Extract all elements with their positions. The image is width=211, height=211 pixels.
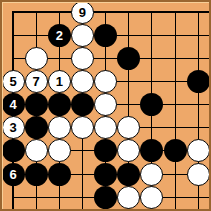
stone-black [71, 93, 94, 116]
stone-white [71, 70, 94, 93]
move-number-label: 4 [9, 98, 16, 111]
stone-white [94, 70, 117, 93]
stone-white-move-3: 3 [2, 116, 25, 139]
move-number-label: 6 [9, 167, 16, 180]
grid-line-vertical [175, 11, 176, 211]
stone-white [94, 93, 117, 116]
stone-white [48, 116, 71, 139]
stone-white-move-7: 7 [25, 70, 48, 93]
stone-black-move-4: 4 [2, 93, 25, 116]
stone-white [48, 139, 71, 162]
stone-black [94, 139, 117, 162]
move-number-label: 5 [9, 75, 16, 88]
stone-black [164, 139, 187, 162]
stone-black [48, 163, 71, 186]
stone-black [117, 47, 140, 70]
stone-black [48, 93, 71, 116]
stone-black-move-2: 2 [48, 24, 71, 47]
stone-white-move-9: 9 [71, 1, 94, 24]
stone-white [140, 163, 163, 186]
stone-black [94, 186, 117, 209]
go-board: 92571436 [0, 0, 211, 211]
stone-black-move-6: 6 [2, 163, 25, 186]
stone-white [71, 24, 94, 47]
stone-white [94, 116, 117, 139]
stone-black [25, 93, 48, 116]
stone-white [187, 163, 210, 186]
stone-white [187, 139, 210, 162]
stone-black [140, 139, 163, 162]
stone-black [94, 163, 117, 186]
stone-black [187, 70, 210, 93]
stone-black [94, 24, 117, 47]
stone-white [71, 116, 94, 139]
grid-line-horizontal [12, 11, 211, 13]
stone-white [25, 139, 48, 162]
stone-white [117, 186, 140, 209]
move-number-label: 1 [56, 75, 63, 88]
stone-white [140, 186, 163, 209]
move-number-label: 3 [9, 121, 16, 134]
stone-white-move-1: 1 [48, 70, 71, 93]
stone-white [25, 47, 48, 70]
stone-black [25, 116, 48, 139]
stone-white [117, 139, 140, 162]
stone-black [117, 163, 140, 186]
move-number-label: 7 [33, 75, 40, 88]
stone-black [140, 93, 163, 116]
stone-white-move-5: 5 [2, 70, 25, 93]
move-number-label: 2 [56, 28, 63, 41]
stone-black [25, 163, 48, 186]
move-number-label: 9 [79, 5, 86, 18]
stone-white [117, 116, 140, 139]
stone-white [71, 47, 94, 70]
stone-black [2, 139, 25, 162]
